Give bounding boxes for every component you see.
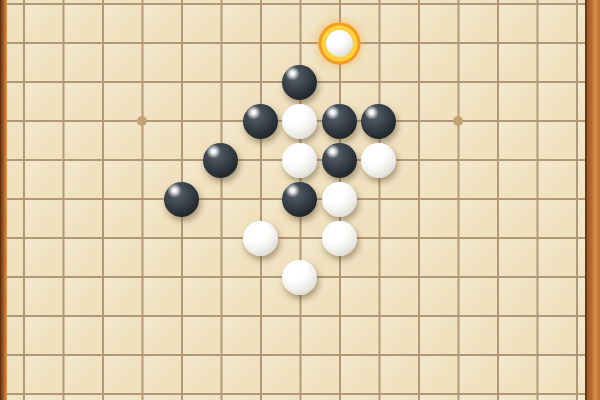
white-stone bbox=[282, 260, 317, 295]
black-stone bbox=[282, 65, 317, 100]
black-stone bbox=[322, 104, 357, 139]
star-point bbox=[453, 116, 463, 126]
white-stone bbox=[282, 143, 317, 178]
gomoku-game-screen bbox=[0, 0, 600, 400]
white-stone bbox=[322, 221, 357, 256]
black-stone bbox=[203, 143, 238, 178]
star-point bbox=[137, 116, 147, 126]
black-stone bbox=[361, 104, 396, 139]
black-stone bbox=[282, 182, 317, 217]
black-stone bbox=[164, 182, 199, 217]
last-move-white-stone bbox=[326, 30, 353, 57]
white-stone bbox=[243, 221, 278, 256]
black-stone bbox=[243, 104, 278, 139]
wood-frame-right bbox=[585, 0, 600, 400]
gomoku-board[interactable] bbox=[7, 0, 585, 400]
white-stone bbox=[322, 182, 357, 217]
black-stone bbox=[322, 143, 357, 178]
white-stone bbox=[361, 143, 396, 178]
wood-frame-left bbox=[0, 0, 7, 400]
white-stone bbox=[282, 104, 317, 139]
